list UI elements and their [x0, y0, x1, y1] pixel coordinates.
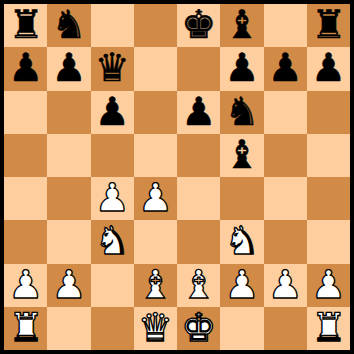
square-f8[interactable]: ♝: [220, 4, 263, 47]
black-pawn-piece: ♟: [181, 92, 216, 131]
square-a5[interactable]: [4, 134, 47, 177]
square-e7[interactable]: [177, 47, 220, 90]
square-e4[interactable]: [177, 177, 220, 220]
black-pawn-piece: ♟: [51, 48, 86, 87]
square-a7[interactable]: ♟: [4, 47, 47, 90]
square-f3[interactable]: ♞: [220, 220, 263, 263]
square-c8[interactable]: [91, 4, 134, 47]
square-b7[interactable]: ♟: [47, 47, 90, 90]
square-c6[interactable]: ♟: [91, 91, 134, 134]
black-knight-piece: ♞: [224, 92, 259, 131]
square-d6[interactable]: [134, 91, 177, 134]
black-rook-piece: ♜: [311, 5, 346, 44]
square-h2[interactable]: ♟: [307, 264, 350, 307]
square-g8[interactable]: [264, 4, 307, 47]
square-f7[interactable]: ♟: [220, 47, 263, 90]
square-c3[interactable]: ♞: [91, 220, 134, 263]
white-bishop-piece: ♝: [181, 265, 216, 304]
white-pawn-piece: ♟: [311, 265, 346, 304]
square-h6[interactable]: [307, 91, 350, 134]
square-b1[interactable]: [47, 307, 90, 350]
square-b6[interactable]: [47, 91, 90, 134]
square-h4[interactable]: [307, 177, 350, 220]
square-f2[interactable]: ♟: [220, 264, 263, 307]
square-e3[interactable]: [177, 220, 220, 263]
square-c5[interactable]: [91, 134, 134, 177]
square-f6[interactable]: ♞: [220, 91, 263, 134]
black-king-piece: ♚: [181, 5, 216, 44]
square-d1[interactable]: ♛: [134, 307, 177, 350]
black-pawn-piece: ♟: [268, 48, 303, 87]
white-knight-piece: ♞: [95, 221, 130, 260]
white-pawn-piece: ♟: [138, 178, 173, 217]
square-d8[interactable]: [134, 4, 177, 47]
square-h7[interactable]: ♟: [307, 47, 350, 90]
square-e8[interactable]: ♚: [177, 4, 220, 47]
square-c1[interactable]: [91, 307, 134, 350]
square-a1[interactable]: ♜: [4, 307, 47, 350]
square-e1[interactable]: ♚: [177, 307, 220, 350]
square-g2[interactable]: ♟: [264, 264, 307, 307]
square-a4[interactable]: [4, 177, 47, 220]
white-rook-piece: ♜: [8, 308, 43, 347]
black-queen-piece: ♛: [95, 48, 130, 87]
square-e5[interactable]: [177, 134, 220, 177]
white-knight-piece: ♞: [224, 221, 259, 260]
black-pawn-piece: ♟: [8, 48, 43, 87]
square-h8[interactable]: ♜: [307, 4, 350, 47]
black-bishop-piece: ♝: [224, 5, 259, 44]
square-b3[interactable]: [47, 220, 90, 263]
square-g5[interactable]: [264, 134, 307, 177]
square-g7[interactable]: ♟: [264, 47, 307, 90]
square-f5[interactable]: ♝: [220, 134, 263, 177]
square-e6[interactable]: ♟: [177, 91, 220, 134]
square-c2[interactable]: [91, 264, 134, 307]
square-b2[interactable]: ♟: [47, 264, 90, 307]
white-pawn-piece: ♟: [51, 265, 86, 304]
square-g4[interactable]: [264, 177, 307, 220]
square-a3[interactable]: [4, 220, 47, 263]
square-c7[interactable]: ♛: [91, 47, 134, 90]
square-g6[interactable]: [264, 91, 307, 134]
square-c4[interactable]: ♟: [91, 177, 134, 220]
board-grid: ♜♞♚♝♜♟♟♛♟♟♟♟♟♞♝♟♟♞♞♟♟♝♝♟♟♟♜♛♚♜: [4, 4, 350, 350]
square-f4[interactable]: [220, 177, 263, 220]
chess-board: ♜♞♚♝♜♟♟♛♟♟♟♟♟♞♝♟♟♞♞♟♟♝♝♟♟♟♜♛♚♜: [0, 0, 354, 354]
white-king-piece: ♚: [181, 308, 216, 347]
square-d5[interactable]: [134, 134, 177, 177]
black-knight-piece: ♞: [51, 5, 86, 44]
square-d2[interactable]: ♝: [134, 264, 177, 307]
black-pawn-piece: ♟: [311, 48, 346, 87]
white-queen-piece: ♛: [138, 308, 173, 347]
square-a8[interactable]: ♜: [4, 4, 47, 47]
square-f1[interactable]: [220, 307, 263, 350]
square-d7[interactable]: [134, 47, 177, 90]
square-a2[interactable]: ♟: [4, 264, 47, 307]
black-bishop-piece: ♝: [224, 135, 259, 174]
square-b5[interactable]: [47, 134, 90, 177]
square-g3[interactable]: [264, 220, 307, 263]
square-e2[interactable]: ♝: [177, 264, 220, 307]
white-pawn-piece: ♟: [224, 265, 259, 304]
white-bishop-piece: ♝: [138, 265, 173, 304]
square-d3[interactable]: [134, 220, 177, 263]
black-pawn-piece: ♟: [95, 92, 130, 131]
square-h3[interactable]: [307, 220, 350, 263]
square-b4[interactable]: [47, 177, 90, 220]
white-rook-piece: ♜: [311, 308, 346, 347]
square-h1[interactable]: ♜: [307, 307, 350, 350]
square-a6[interactable]: [4, 91, 47, 134]
white-pawn-piece: ♟: [268, 265, 303, 304]
square-d4[interactable]: ♟: [134, 177, 177, 220]
black-rook-piece: ♜: [8, 5, 43, 44]
black-pawn-piece: ♟: [224, 48, 259, 87]
square-b8[interactable]: ♞: [47, 4, 90, 47]
white-pawn-piece: ♟: [95, 178, 130, 217]
square-h5[interactable]: [307, 134, 350, 177]
white-pawn-piece: ♟: [8, 265, 43, 304]
square-g1[interactable]: [264, 307, 307, 350]
